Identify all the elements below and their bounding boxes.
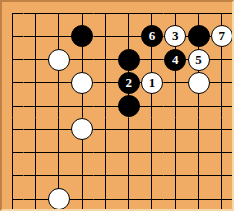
intersection [164,187,187,210]
intersection [164,94,187,117]
move-number: 6 [149,29,156,42]
intersection [70,94,93,117]
black-stone: 4 [164,49,186,71]
white-stone [48,188,70,210]
intersection: 1 [140,71,163,94]
intersection [1,164,24,187]
black-stone [71,25,93,47]
intersection [94,94,117,117]
move-number: 4 [172,53,179,66]
intersection [210,1,233,24]
intersection [1,187,24,210]
intersection [210,118,233,141]
black-stone [188,25,210,47]
intersection [187,187,210,210]
intersection [117,1,140,24]
intersection [70,48,93,71]
white-stone: 5 [188,49,210,71]
intersection [94,141,117,164]
black-stone [118,49,140,71]
intersection [70,141,93,164]
intersection [1,48,24,71]
black-stone [118,95,140,117]
intersection [94,118,117,141]
intersection [164,71,187,94]
intersection [47,25,70,48]
intersection [117,141,140,164]
intersection [140,187,163,210]
black-stone: 6 [141,25,163,47]
intersection [164,141,187,164]
intersection [187,71,210,94]
white-stone [188,72,210,94]
intersection [24,94,47,117]
intersection [187,164,210,187]
move-number: 1 [149,76,156,89]
intersection [94,48,117,71]
intersection [117,25,140,48]
intersection [24,71,47,94]
intersection [24,187,47,210]
intersection [70,118,93,141]
intersection [140,1,163,24]
intersection [24,164,47,187]
move-number: 2 [125,76,132,89]
intersection [187,25,210,48]
intersection: 6 [140,25,163,48]
intersection [94,1,117,24]
intersection [117,187,140,210]
intersection [94,187,117,210]
intersection [24,48,47,71]
white-stone [71,72,93,94]
intersection [210,164,233,187]
intersection [187,94,210,117]
intersection [140,141,163,164]
intersection [94,164,117,187]
intersection [47,1,70,24]
intersection [47,71,70,94]
intersection [94,25,117,48]
intersection [70,164,93,187]
white-stone [48,49,70,71]
intersection [210,141,233,164]
intersection [70,187,93,210]
intersection [70,1,93,24]
intersection [140,164,163,187]
intersection [1,1,24,24]
intersection [24,1,47,24]
intersection [1,118,24,141]
intersection: 7 [210,25,233,48]
intersection [117,118,140,141]
intersection [24,25,47,48]
white-stone: 1 [141,72,163,94]
intersection [187,141,210,164]
move-number: 5 [195,53,202,66]
move-number: 3 [172,29,179,42]
intersection [117,94,140,117]
white-stone: 3 [164,25,186,47]
intersection [1,141,24,164]
intersection [94,71,117,94]
intersection [47,48,70,71]
intersection [117,164,140,187]
intersection [47,118,70,141]
intersection [70,25,93,48]
board-grid: 6374521 [1,1,234,210]
intersection [210,48,233,71]
black-stone: 2 [118,72,140,94]
intersection [24,118,47,141]
intersection [47,94,70,117]
intersection: 3 [164,25,187,48]
intersection [210,94,233,117]
intersection [187,1,210,24]
intersection [210,187,233,210]
intersection [210,71,233,94]
intersection [140,94,163,117]
intersection [164,118,187,141]
intersection [117,48,140,71]
move-number: 7 [219,29,226,42]
intersection [187,118,210,141]
white-stone [71,118,93,140]
intersection [1,25,24,48]
intersection [140,118,163,141]
intersection [164,164,187,187]
intersection [1,71,24,94]
intersection: 2 [117,71,140,94]
intersection [24,141,47,164]
intersection [140,48,163,71]
go-board-diagram: 6374521 [0,0,234,211]
intersection: 5 [187,48,210,71]
intersection [47,187,70,210]
intersection [70,71,93,94]
intersection [47,141,70,164]
intersection [1,94,24,117]
intersection: 4 [164,48,187,71]
intersection [164,1,187,24]
intersection [47,164,70,187]
white-stone: 7 [211,25,233,47]
